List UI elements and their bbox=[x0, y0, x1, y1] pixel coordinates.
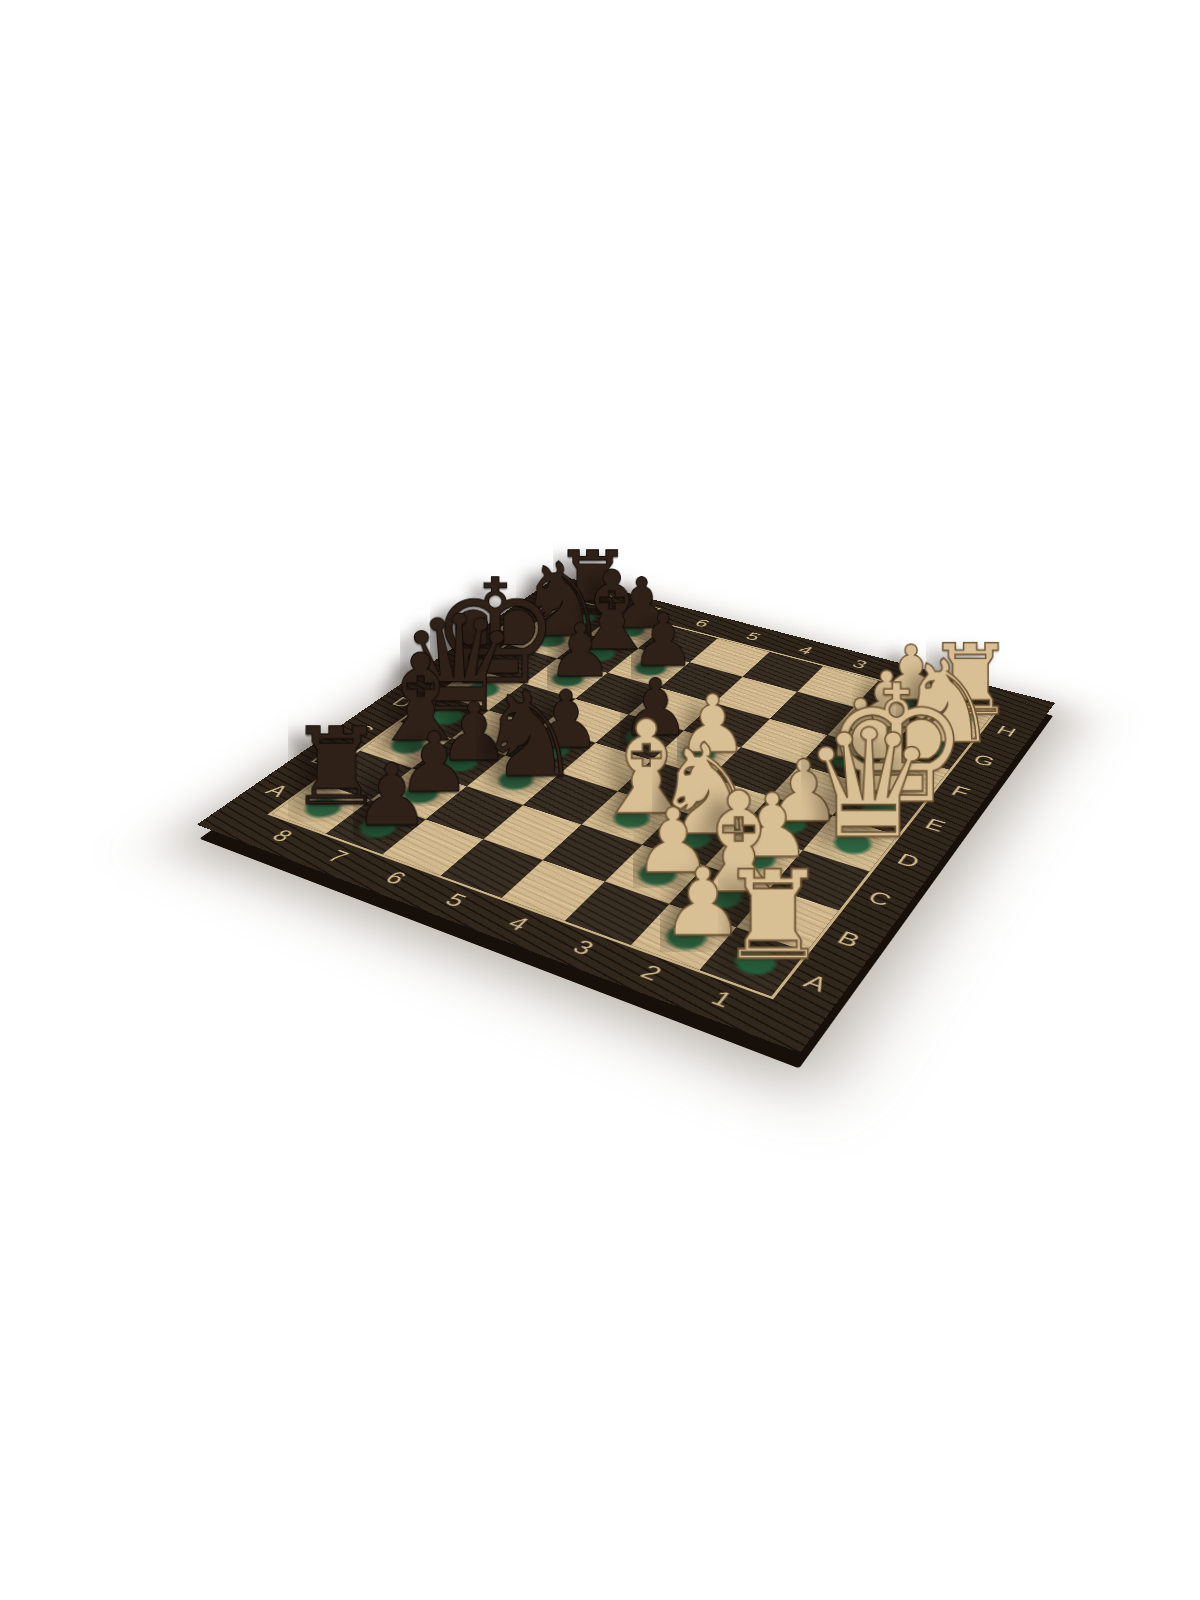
product-photo-scene: ♜♛♚♞♜♟♝♟♟♟♟♟♟♞♝♟♟♞♟♟♟♟♟♟♝♟♜♝♛♚♞♜ AABBCCD… bbox=[0, 0, 1200, 1600]
black-knight-glyph: ♞ bbox=[476, 675, 583, 794]
chess-board: ♜♛♚♞♜♟♝♟♟♟♟♟♟♞♝♟♟♞♟♟♟♟♟♟♝♟♜♝♛♚♞♜ AABBCCD… bbox=[197, 575, 1055, 1053]
white-rook-glyph: ♜ bbox=[718, 854, 828, 977]
black-pawn-glyph: ♟ bbox=[353, 753, 430, 839]
white-queen-glyph: ♛ bbox=[801, 710, 936, 860]
board-face: ♜♛♚♞♜♟♝♟♟♟♟♟♟♞♝♟♟♞♟♟♟♟♟♟♝♟♜♝♛♚♞♜ AABBCCD… bbox=[197, 575, 1055, 1053]
